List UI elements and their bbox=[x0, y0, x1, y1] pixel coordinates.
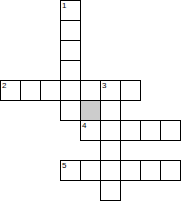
cell-r8c3[interactable]: 5 bbox=[60, 160, 81, 181]
cell-r4c1[interactable] bbox=[20, 80, 41, 101]
cell-r8c5[interactable] bbox=[100, 160, 121, 181]
clue-number-4: 4 bbox=[82, 121, 86, 130]
cell-r1c3[interactable] bbox=[60, 20, 81, 41]
crossword-board: 12345 bbox=[0, 0, 181, 201]
cell-r6c5[interactable] bbox=[100, 120, 121, 141]
cell-r5c5[interactable] bbox=[100, 100, 121, 121]
cell-r8c8[interactable] bbox=[160, 160, 181, 181]
cell-r6c7[interactable] bbox=[140, 120, 161, 141]
cell-r4c2[interactable] bbox=[40, 80, 61, 101]
cell-r4c0[interactable]: 2 bbox=[0, 80, 21, 101]
cell-r6c4[interactable]: 4 bbox=[80, 120, 101, 141]
cell-r6c6[interactable] bbox=[120, 120, 141, 141]
clue-number-5: 5 bbox=[62, 161, 66, 170]
cell-r4c6[interactable] bbox=[120, 80, 141, 101]
clue-number-3: 3 bbox=[102, 81, 106, 90]
shaded-cell-r5c4 bbox=[80, 100, 101, 121]
cell-r4c4[interactable] bbox=[80, 80, 101, 101]
cell-r7c5[interactable] bbox=[100, 140, 121, 161]
cell-r8c7[interactable] bbox=[140, 160, 161, 181]
cell-r2c3[interactable] bbox=[60, 40, 81, 61]
cell-r9c5[interactable] bbox=[100, 180, 121, 201]
cell-r5c3[interactable] bbox=[60, 100, 81, 121]
cell-r8c4[interactable] bbox=[80, 160, 101, 181]
cell-r6c8[interactable] bbox=[160, 120, 181, 141]
cell-r4c3[interactable] bbox=[60, 80, 81, 101]
cell-r8c6[interactable] bbox=[120, 160, 141, 181]
clue-number-1: 1 bbox=[62, 1, 66, 10]
clue-number-2: 2 bbox=[2, 81, 6, 90]
cell-r4c5[interactable]: 3 bbox=[100, 80, 121, 101]
cell-r0c3[interactable]: 1 bbox=[60, 0, 81, 21]
cell-r3c3[interactable] bbox=[60, 60, 81, 81]
